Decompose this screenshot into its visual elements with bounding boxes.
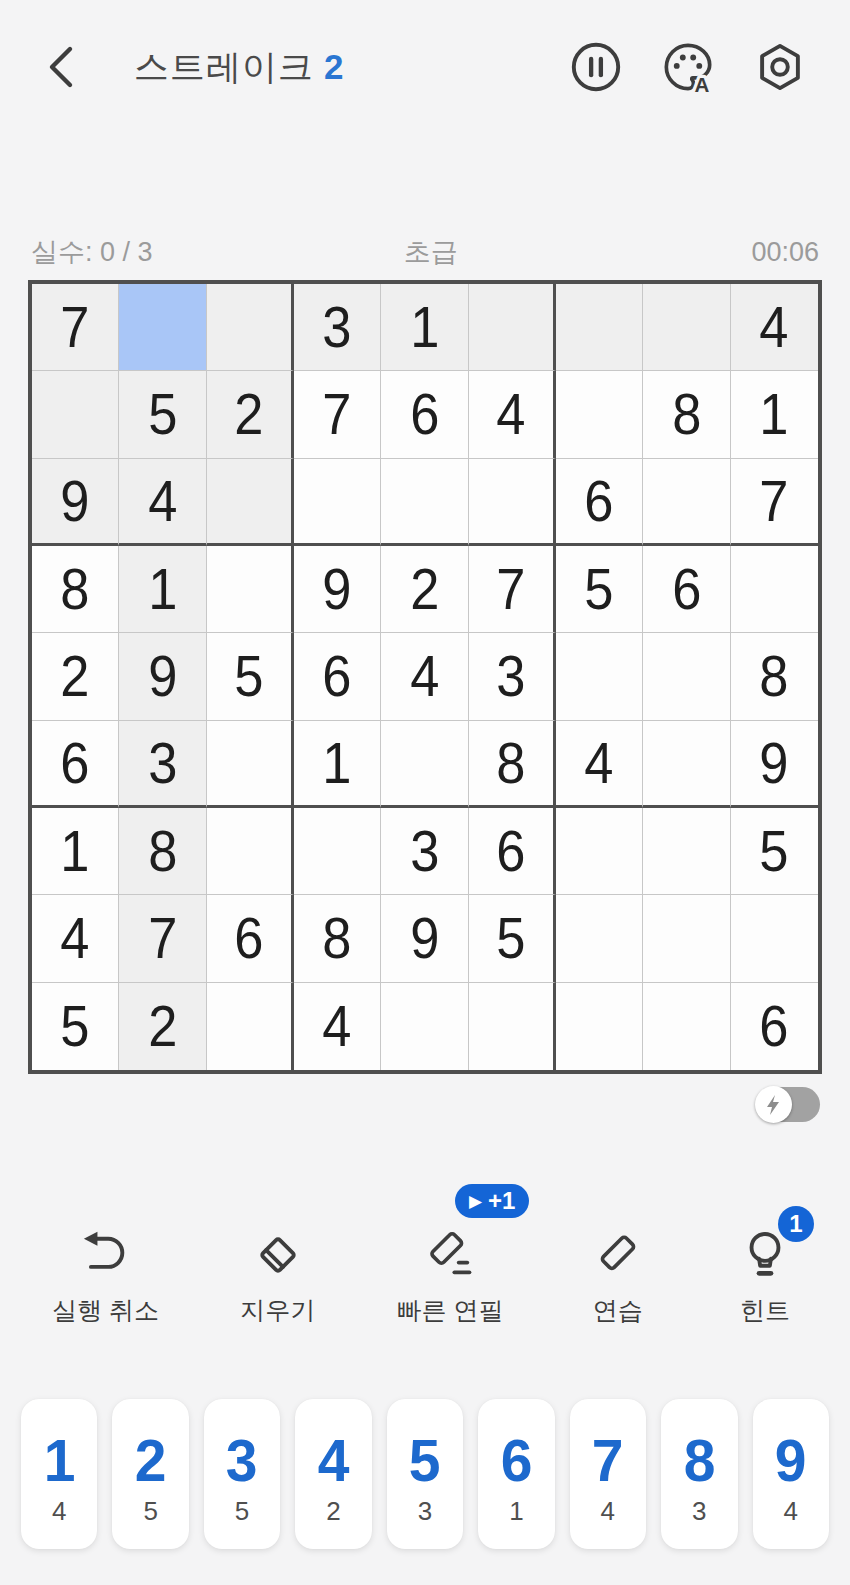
settings-button[interactable] <box>754 41 806 93</box>
cell-r2c4[interactable]: 7 <box>294 371 381 458</box>
cell-r1c6[interactable] <box>469 284 556 371</box>
practice-button[interactable]: 연습 <box>585 1222 651 1327</box>
eraser-icon <box>245 1222 311 1288</box>
cell-r1c4[interactable]: 3 <box>294 284 381 371</box>
numpad-digit: 9 <box>775 1431 807 1491</box>
cell-r1c8[interactable] <box>643 284 730 371</box>
cell-r5c6[interactable]: 3 <box>469 633 556 720</box>
difficulty-label: 초급 <box>153 234 709 270</box>
cell-r8c4[interactable]: 8 <box>294 895 381 982</box>
cell-r5c4[interactable]: 6 <box>294 633 381 720</box>
hint-label: 힌트 <box>740 1294 790 1327</box>
numpad-key-9[interactable]: 94 <box>753 1399 829 1549</box>
numpad-remaining-count: 2 <box>326 1498 340 1524</box>
cell-r6c5[interactable] <box>381 721 468 808</box>
numpad-digit: 8 <box>683 1431 715 1491</box>
cell-r1c5[interactable]: 1 <box>381 284 468 371</box>
cell-r1c1[interactable]: 7 <box>32 284 119 371</box>
cell-r8c6[interactable]: 5 <box>469 895 556 982</box>
numpad-remaining-count: 5 <box>235 1498 249 1524</box>
numpad-remaining-count: 5 <box>143 1498 157 1524</box>
cell-r3c4[interactable] <box>294 459 381 546</box>
undo-button[interactable]: 실행 취소 <box>52 1222 159 1327</box>
cell-r9c9[interactable]: 6 <box>731 983 818 1070</box>
numpad-key-5[interactable]: 53 <box>387 1399 463 1549</box>
numpad-remaining-count: 1 <box>509 1498 523 1524</box>
lightning-icon <box>762 1093 786 1117</box>
eraser-button[interactable]: 지우기 <box>240 1222 315 1327</box>
numpad-remaining-count: 4 <box>601 1498 615 1524</box>
palette-letter-a: A <box>695 73 710 93</box>
cell-r5c7[interactable] <box>556 633 643 720</box>
cell-r7c3[interactable] <box>207 808 294 895</box>
cell-r4c3[interactable] <box>207 546 294 633</box>
cell-r7c7[interactable] <box>556 808 643 895</box>
eraser-label: 지우기 <box>240 1294 315 1327</box>
cell-r4c7[interactable]: 5 <box>556 546 643 633</box>
sudoku-board: 7314527648194678192756295643863184918365… <box>28 280 822 1074</box>
numpad-digit: 4 <box>318 1431 350 1491</box>
fast-pencil-label: 빠른 연필 <box>396 1294 503 1327</box>
cell-r9c8[interactable] <box>643 983 730 1070</box>
numpad-remaining-count: 4 <box>783 1498 797 1524</box>
cell-r2c3[interactable]: 2 <box>207 371 294 458</box>
numpad-remaining-count: 3 <box>418 1498 432 1524</box>
cell-r2c8[interactable]: 8 <box>643 371 730 458</box>
numpad-digit: 3 <box>226 1431 258 1491</box>
numpad-key-7[interactable]: 74 <box>570 1399 646 1549</box>
cell-r4c8[interactable]: 6 <box>643 546 730 633</box>
cell-r5c5[interactable]: 4 <box>381 633 468 720</box>
cell-r4c1[interactable]: 8 <box>32 546 119 633</box>
title-text: 스트레이크 <box>134 47 314 86</box>
numpad-key-4[interactable]: 42 <box>295 1399 371 1549</box>
cell-r9c1[interactable]: 5 <box>32 983 119 1070</box>
numpad-key-2[interactable]: 25 <box>112 1399 188 1549</box>
numpad-key-8[interactable]: 83 <box>661 1399 737 1549</box>
cell-r6c4[interactable]: 1 <box>294 721 381 808</box>
back-button[interactable] <box>44 44 78 90</box>
cell-r3c5[interactable] <box>381 459 468 546</box>
mistakes-counter: 실수: 0 / 3 <box>31 234 153 270</box>
cell-r7c2[interactable]: 8 <box>119 808 206 895</box>
cell-r1c7[interactable] <box>556 284 643 371</box>
cell-r3c6[interactable] <box>469 459 556 546</box>
status-bar: 실수: 0 / 3 초급 00:06 <box>0 234 850 270</box>
fast-pencil-badge: ▶ +1 <box>455 1184 529 1218</box>
theme-palette-button[interactable]: A <box>662 41 714 93</box>
cell-r5c2[interactable]: 9 <box>119 633 206 720</box>
cell-r2c6[interactable]: 4 <box>469 371 556 458</box>
cell-r9c6[interactable] <box>469 983 556 1070</box>
cell-r7c8[interactable] <box>643 808 730 895</box>
cell-r3c1[interactable]: 9 <box>32 459 119 546</box>
cell-r4c6[interactable]: 7 <box>469 546 556 633</box>
cell-r7c4[interactable] <box>294 808 381 895</box>
numpad-remaining-count: 4 <box>52 1498 66 1524</box>
cell-r8c2[interactable]: 7 <box>119 895 206 982</box>
numpad-digit: 7 <box>592 1431 624 1491</box>
cell-r5c1[interactable]: 2 <box>32 633 119 720</box>
cell-r7c9[interactable]: 5 <box>731 808 818 895</box>
cell-r4c4[interactable]: 9 <box>294 546 381 633</box>
cell-r8c7[interactable] <box>556 895 643 982</box>
number-pad: 142535425361748394 <box>0 1399 850 1549</box>
cell-r2c7[interactable] <box>556 371 643 458</box>
cell-r9c2[interactable]: 2 <box>119 983 206 1070</box>
numpad-remaining-count: 3 <box>692 1498 706 1524</box>
cell-r3c2[interactable]: 4 <box>119 459 206 546</box>
hint-button[interactable]: 1 힌트 <box>732 1222 798 1327</box>
cell-r4c9[interactable] <box>731 546 818 633</box>
cell-r6c6[interactable]: 8 <box>469 721 556 808</box>
page-title: 스트레이크2 <box>134 44 344 91</box>
cell-r9c7[interactable] <box>556 983 643 1070</box>
numpad-key-3[interactable]: 35 <box>204 1399 280 1549</box>
cell-r5c3[interactable]: 5 <box>207 633 294 720</box>
game-timer: 00:06 <box>709 237 819 268</box>
cell-r9c5[interactable] <box>381 983 468 1070</box>
fast-mode-toggle[interactable] <box>756 1087 820 1122</box>
cell-r8c1[interactable]: 4 <box>32 895 119 982</box>
fast-pencil-button[interactable]: ▶ +1 빠른 연필 <box>396 1222 503 1327</box>
fast-pencil-badge-text: +1 <box>488 1189 515 1213</box>
cell-r4c2[interactable]: 1 <box>119 546 206 633</box>
cell-r6c2[interactable]: 3 <box>119 721 206 808</box>
cell-r3c7[interactable]: 6 <box>556 459 643 546</box>
undo-icon <box>72 1222 138 1288</box>
cell-r3c8[interactable] <box>643 459 730 546</box>
cell-r8c9[interactable] <box>731 895 818 982</box>
numpad-digit: 6 <box>501 1431 533 1491</box>
undo-label: 실행 취소 <box>52 1294 159 1327</box>
cell-r6c1[interactable]: 6 <box>32 721 119 808</box>
practice-label: 연습 <box>593 1294 643 1327</box>
cell-r5c8[interactable] <box>643 633 730 720</box>
cell-r1c2[interactable] <box>119 284 206 371</box>
cell-r8c3[interactable]: 6 <box>207 895 294 982</box>
hint-badge: 1 <box>778 1206 814 1242</box>
numpad-digit: 5 <box>409 1431 441 1491</box>
cell-r6c8[interactable] <box>643 721 730 808</box>
numpad-digit: 1 <box>43 1431 75 1491</box>
cell-r8c8[interactable] <box>643 895 730 982</box>
cell-r6c3[interactable] <box>207 721 294 808</box>
cell-r2c2[interactable]: 5 <box>119 371 206 458</box>
play-icon: ▶ <box>469 1193 482 1210</box>
pause-button[interactable] <box>570 41 622 93</box>
cell-r7c1[interactable]: 1 <box>32 808 119 895</box>
top-bar: 스트레이크2 A <box>0 36 850 98</box>
cell-r1c3[interactable] <box>207 284 294 371</box>
cell-r6c9[interactable]: 9 <box>731 721 818 808</box>
cell-r9c4[interactable]: 4 <box>294 983 381 1070</box>
cell-r1c9[interactable]: 4 <box>731 284 818 371</box>
title-number: 2 <box>324 47 344 86</box>
numpad-key-6[interactable]: 61 <box>478 1399 554 1549</box>
toolbar: 실행 취소 지우기 ▶ +1 빠른 연필 <box>0 1222 850 1327</box>
cell-r7c6[interactable]: 6 <box>469 808 556 895</box>
cell-r6c7[interactable]: 4 <box>556 721 643 808</box>
cell-r2c5[interactable]: 6 <box>381 371 468 458</box>
cell-r8c5[interactable]: 9 <box>381 895 468 982</box>
fast-pencil-icon <box>417 1222 483 1288</box>
cell-r3c9[interactable]: 7 <box>731 459 818 546</box>
cell-r2c9[interactable]: 1 <box>731 371 818 458</box>
toggle-knob <box>755 1086 792 1123</box>
numpad-key-1[interactable]: 14 <box>21 1399 97 1549</box>
cell-r7c5[interactable]: 3 <box>381 808 468 895</box>
numpad-digit: 2 <box>135 1431 167 1491</box>
back-chevron-icon <box>44 44 78 90</box>
cell-r2c1[interactable] <box>32 371 119 458</box>
practice-pencil-icon <box>585 1222 651 1288</box>
cell-r5c9[interactable]: 8 <box>731 633 818 720</box>
cell-r3c3[interactable] <box>207 459 294 546</box>
cell-r4c5[interactable]: 2 <box>381 546 468 633</box>
cell-r9c3[interactable] <box>207 983 294 1070</box>
